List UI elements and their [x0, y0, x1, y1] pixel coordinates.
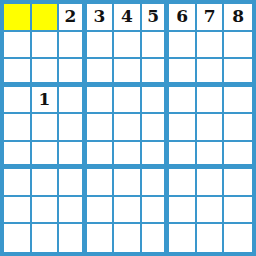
sudoku-cell-r3c5[interactable]	[114, 59, 142, 87]
sudoku-cell-r1c7[interactable]: 6	[169, 4, 197, 32]
sudoku-cell-r3c7[interactable]	[169, 59, 197, 87]
sudoku-cell-r9c1[interactable]	[4, 224, 32, 252]
sudoku-cell-r2c5[interactable]	[114, 32, 142, 60]
sudoku-cell-r7c6[interactable]	[142, 169, 170, 197]
sudoku-cell-r3c2[interactable]	[32, 59, 60, 87]
sudoku-cell-r3c1[interactable]	[4, 59, 32, 87]
sudoku-cell-r7c8[interactable]	[197, 169, 225, 197]
sudoku-cell-r3c4[interactable]	[87, 59, 115, 87]
sudoku-cell-r6c1[interactable]	[4, 142, 32, 170]
sudoku-cell-r1c4[interactable]: 3	[87, 4, 115, 32]
sudoku-cell-r2c6[interactable]	[142, 32, 170, 60]
sudoku-cell-r2c4[interactable]	[87, 32, 115, 60]
sudoku-cell-r1c2[interactable]	[32, 4, 60, 32]
sudoku-cell-r6c9[interactable]	[224, 142, 252, 170]
sudoku-cell-r7c2[interactable]	[32, 169, 60, 197]
sudoku-cell-r3c3[interactable]	[59, 59, 87, 87]
sudoku-cell-r5c1[interactable]	[4, 114, 32, 142]
sudoku-cell-r7c4[interactable]	[87, 169, 115, 197]
sudoku-cell-r8c6[interactable]	[142, 197, 170, 225]
sudoku-cell-r9c8[interactable]	[197, 224, 225, 252]
sudoku-cell-r2c1[interactable]	[4, 32, 32, 60]
sudoku-cell-r9c4[interactable]	[87, 224, 115, 252]
sudoku-cell-r5c4[interactable]	[87, 114, 115, 142]
sudoku-cell-r6c2[interactable]	[32, 142, 60, 170]
sudoku-cell-r8c1[interactable]	[4, 197, 32, 225]
sudoku-cell-r3c9[interactable]	[224, 59, 252, 87]
sudoku-cell-r9c9[interactable]	[224, 224, 252, 252]
sudoku-cell-r4c2[interactable]: 1	[32, 87, 60, 115]
sudoku-cell-r6c8[interactable]	[197, 142, 225, 170]
sudoku-cell-r8c9[interactable]	[224, 197, 252, 225]
sudoku-cell-r9c3[interactable]	[59, 224, 87, 252]
sudoku-board: 23456781	[0, 0, 256, 256]
sudoku-cell-r6c4[interactable]	[87, 142, 115, 170]
sudoku-cell-r4c4[interactable]	[87, 87, 115, 115]
sudoku-cell-r8c4[interactable]	[87, 197, 115, 225]
sudoku-cell-r1c5[interactable]: 4	[114, 4, 142, 32]
sudoku-cell-r1c1[interactable]	[4, 4, 32, 32]
sudoku-cell-r7c7[interactable]	[169, 169, 197, 197]
sudoku-cell-r4c8[interactable]	[197, 87, 225, 115]
sudoku-cell-r8c5[interactable]	[114, 197, 142, 225]
sudoku-cell-r9c6[interactable]	[142, 224, 170, 252]
sudoku-cell-r1c6[interactable]: 5	[142, 4, 170, 32]
sudoku-cell-r5c9[interactable]	[224, 114, 252, 142]
sudoku-cell-r5c5[interactable]	[114, 114, 142, 142]
sudoku-cell-r5c8[interactable]	[197, 114, 225, 142]
sudoku-cell-r4c6[interactable]	[142, 87, 170, 115]
sudoku-cell-r1c3[interactable]: 2	[59, 4, 87, 32]
sudoku-cell-r1c9[interactable]: 8	[224, 4, 252, 32]
sudoku-cell-r6c6[interactable]	[142, 142, 170, 170]
sudoku-cell-r6c3[interactable]	[59, 142, 87, 170]
sudoku-cell-r8c3[interactable]	[59, 197, 87, 225]
sudoku-cell-r6c7[interactable]	[169, 142, 197, 170]
sudoku-cell-r7c1[interactable]	[4, 169, 32, 197]
sudoku-cell-r9c2[interactable]	[32, 224, 60, 252]
sudoku-cell-r3c8[interactable]	[197, 59, 225, 87]
sudoku-cell-r5c2[interactable]	[32, 114, 60, 142]
sudoku-cell-r7c3[interactable]	[59, 169, 87, 197]
sudoku-cell-r5c6[interactable]	[142, 114, 170, 142]
sudoku-cell-r5c7[interactable]	[169, 114, 197, 142]
sudoku-cell-r2c7[interactable]	[169, 32, 197, 60]
sudoku-cell-r4c7[interactable]	[169, 87, 197, 115]
sudoku-cell-r8c7[interactable]	[169, 197, 197, 225]
sudoku-cell-r2c2[interactable]	[32, 32, 60, 60]
sudoku-cell-r7c5[interactable]	[114, 169, 142, 197]
sudoku-cell-r7c9[interactable]	[224, 169, 252, 197]
sudoku-cell-r9c5[interactable]	[114, 224, 142, 252]
sudoku-cell-r8c2[interactable]	[32, 197, 60, 225]
sudoku-cell-r5c3[interactable]	[59, 114, 87, 142]
sudoku-cell-r4c1[interactable]	[4, 87, 32, 115]
sudoku-cell-r2c3[interactable]	[59, 32, 87, 60]
sudoku-cell-r8c8[interactable]	[197, 197, 225, 225]
sudoku-cell-r2c9[interactable]	[224, 32, 252, 60]
sudoku-cell-r4c9[interactable]	[224, 87, 252, 115]
sudoku-cell-r3c6[interactable]	[142, 59, 170, 87]
sudoku-cell-r6c5[interactable]	[114, 142, 142, 170]
sudoku-cell-r4c3[interactable]	[59, 87, 87, 115]
sudoku-cell-r1c8[interactable]: 7	[197, 4, 225, 32]
sudoku-cell-r2c8[interactable]	[197, 32, 225, 60]
sudoku-cell-r9c7[interactable]	[169, 224, 197, 252]
sudoku-cell-r4c5[interactable]	[114, 87, 142, 115]
